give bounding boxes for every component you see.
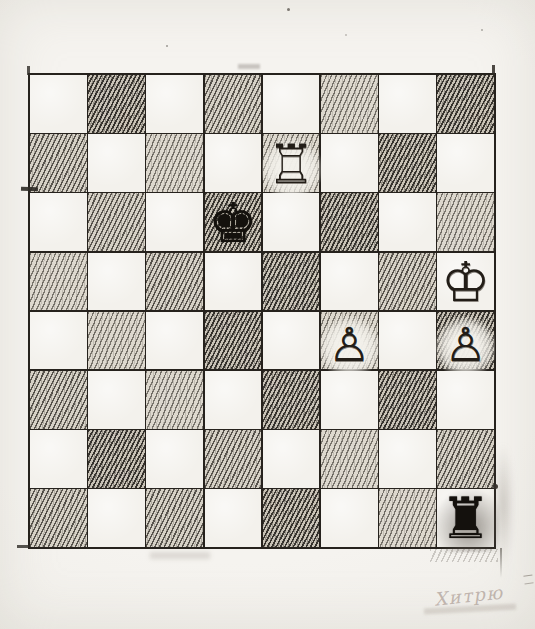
square-e4 [263,312,320,370]
square-f2 [321,430,378,488]
square-e2 [263,430,320,488]
square-b1 [88,489,145,547]
square-f5 [321,253,378,311]
piece-white-rook-e7: ♖ [267,139,315,192]
piece-white-pawn-h4: ♙ [445,322,487,368]
pencil-mark-double-dash [523,574,533,584]
square-b3 [88,371,145,429]
square-c4 [146,312,203,370]
square-g2 [379,430,436,488]
square-e3 [263,371,320,429]
square-e5 [263,253,320,311]
square-a2 [30,430,87,488]
square-h8 [437,75,494,133]
paper-background: ♖♚♔♙♙♜ Хитрю [0,0,535,629]
square-e6 [263,193,320,251]
square-g1 [379,489,436,547]
square-a6 [30,193,87,251]
square-h5: ♔ [437,253,494,311]
square-a3 [30,371,87,429]
chess-board: ♖♚♔♙♙♜ [28,73,496,549]
square-d2 [205,430,262,488]
square-e7: ♖ [263,134,320,192]
paper-speck [287,8,290,11]
square-d5 [205,253,262,311]
square-f7 [321,134,378,192]
square-b8 [88,75,145,133]
smudge-below-board [150,552,210,559]
square-h7 [437,134,494,192]
piece-black-king-d6: ♚ [208,197,257,251]
square-h1: ♜ [437,489,494,547]
pencil-line-below-board [500,548,502,578]
square-a8 [30,75,87,133]
paper-speck [345,34,347,36]
square-d8 [205,75,262,133]
square-g4 [379,312,436,370]
square-f1 [321,489,378,547]
square-c7 [146,134,203,192]
piece-white-king-h5: ♔ [441,256,490,310]
square-f8 [321,75,378,133]
square-b6 [88,193,145,251]
square-h3 [437,371,494,429]
square-f6 [321,193,378,251]
square-f3 [321,371,378,429]
piece-black-rook-h1: ♜ [440,491,491,547]
square-c6 [146,193,203,251]
pencil-tick-top-right-corner [492,65,495,75]
square-b4 [88,312,145,370]
graphite-shadow-right-margin [496,415,520,565]
square-e1 [263,489,320,547]
square-d1 [205,489,262,547]
square-a5 [30,253,87,311]
square-c3 [146,371,203,429]
square-g8 [379,75,436,133]
square-g3 [379,371,436,429]
pencil-tick-left-border [21,187,38,191]
square-d7 [205,134,262,192]
square-g5 [379,253,436,311]
square-d6: ♚ [205,193,262,251]
square-g7 [379,134,436,192]
square-c1 [146,489,203,547]
square-c8 [146,75,203,133]
square-h2 [437,430,494,488]
square-h4: ♙ [437,312,494,370]
pencil-smudge-above-board [238,64,260,69]
piece-white-pawn-f4: ♙ [328,322,370,368]
square-a1 [30,489,87,547]
paper-speck [481,29,483,31]
square-b7 [88,134,145,192]
square-a4 [30,312,87,370]
square-d3 [205,371,262,429]
square-e8 [263,75,320,133]
square-c5 [146,253,203,311]
square-h6 [437,193,494,251]
pencil-tick-top-left-corner [27,66,30,75]
paper-speck [166,45,168,47]
square-b5 [88,253,145,311]
square-b2 [88,430,145,488]
pencil-dash-bottom-left [17,545,30,548]
square-f4: ♙ [321,312,378,370]
square-d4 [205,312,262,370]
square-c2 [146,430,203,488]
square-a7 [30,134,87,192]
square-g6 [379,193,436,251]
